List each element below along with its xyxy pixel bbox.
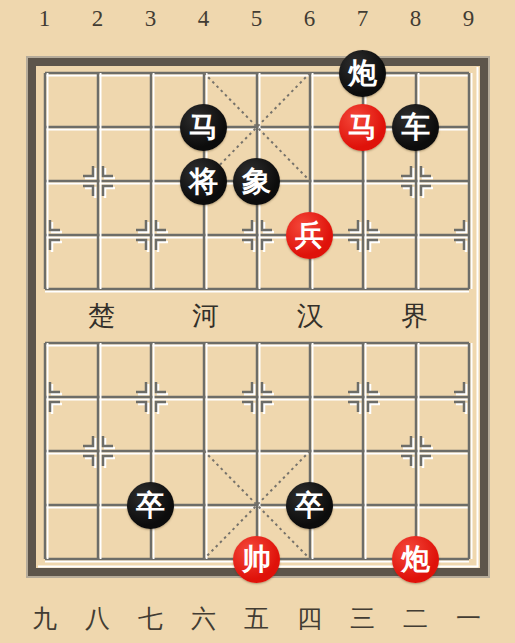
top-file-label: 5	[230, 0, 283, 38]
top-file-label: 9	[442, 0, 495, 38]
piece-black-soldier[interactable]: 卒	[127, 482, 174, 529]
board-point-6-0[interactable]	[283, 46, 336, 100]
board-point-8-3[interactable]	[389, 208, 442, 262]
board-point-2-8[interactable]	[71, 478, 124, 532]
board-point-5-2[interactable]: 象	[230, 154, 283, 208]
board-point-6-8[interactable]: 卒	[283, 478, 336, 532]
board-point-7-6[interactable]	[336, 370, 389, 424]
board-point-2-6[interactable]	[71, 370, 124, 424]
board-point-1-2[interactable]	[18, 154, 71, 208]
piece-black-horse[interactable]: 马	[180, 104, 227, 151]
piece-red-horse[interactable]: 马	[339, 104, 386, 151]
board-point-7-7[interactable]	[336, 424, 389, 478]
board-point-6-2[interactable]	[283, 154, 336, 208]
board-point-9-7[interactable]	[442, 424, 495, 478]
board-point-3-4[interactable]	[124, 262, 177, 316]
board-point-6-3[interactable]: 兵	[283, 208, 336, 262]
board-point-5-0[interactable]	[230, 46, 283, 100]
board-point-6-5[interactable]	[283, 316, 336, 370]
board-point-7-3[interactable]	[336, 208, 389, 262]
board-point-7-0[interactable]: 炮	[336, 46, 389, 100]
board-point-5-8[interactable]	[230, 478, 283, 532]
board-point-7-5[interactable]	[336, 316, 389, 370]
board-point-6-1[interactable]	[283, 100, 336, 154]
board-point-7-4[interactable]	[336, 262, 389, 316]
board-point-9-5[interactable]	[442, 316, 495, 370]
board-point-4-3[interactable]	[177, 208, 230, 262]
bottom-file-labels: 九八七六五四三二一	[18, 596, 495, 640]
board-point-2-0[interactable]	[71, 46, 124, 100]
board-point-1-9[interactable]	[18, 532, 71, 586]
board-point-2-1[interactable]	[71, 100, 124, 154]
board-point-5-1[interactable]	[230, 100, 283, 154]
board-point-4-1[interactable]: 马	[177, 100, 230, 154]
board-point-5-6[interactable]	[230, 370, 283, 424]
board-point-5-9[interactable]: 帅	[230, 532, 283, 586]
board-point-1-3[interactable]	[18, 208, 71, 262]
board-point-1-6[interactable]	[18, 370, 71, 424]
piece-black-soldier[interactable]: 卒	[286, 482, 333, 529]
board-point-1-8[interactable]	[18, 478, 71, 532]
board-point-5-5[interactable]	[230, 316, 283, 370]
bottom-file-label: 二	[389, 596, 442, 640]
board-point-9-0[interactable]	[442, 46, 495, 100]
piece-black-cannon[interactable]: 炮	[339, 50, 386, 97]
board-point-4-0[interactable]	[177, 46, 230, 100]
piece-black-chariot[interactable]: 车	[392, 104, 439, 151]
board-point-2-9[interactable]	[71, 532, 124, 586]
board-point-1-1[interactable]	[18, 100, 71, 154]
top-file-label: 3	[124, 0, 177, 38]
board-point-7-1[interactable]: 马	[336, 100, 389, 154]
board-point-9-3[interactable]	[442, 208, 495, 262]
top-file-label: 6	[283, 0, 336, 38]
board-point-6-7[interactable]	[283, 424, 336, 478]
board-point-9-4[interactable]	[442, 262, 495, 316]
bottom-file-label: 四	[283, 596, 336, 640]
bottom-file-label: 九	[18, 596, 71, 640]
board-point-9-1[interactable]	[442, 100, 495, 154]
board-point-8-9[interactable]: 炮	[389, 532, 442, 586]
board-point-3-0[interactable]	[124, 46, 177, 100]
xiangqi-board: 123456789 楚河汉界 炮马马车将象兵卒卒帅炮 九八七六五四三二一	[0, 0, 515, 643]
board-point-4-7[interactable]	[177, 424, 230, 478]
bottom-file-label: 一	[442, 596, 495, 640]
board-point-8-0[interactable]	[389, 46, 442, 100]
bottom-file-label: 三	[336, 596, 389, 640]
bottom-file-label: 八	[71, 596, 124, 640]
board-point-4-5[interactable]	[177, 316, 230, 370]
board-point-1-0[interactable]	[18, 46, 71, 100]
board-point-4-9[interactable]	[177, 532, 230, 586]
board-point-2-4[interactable]	[71, 262, 124, 316]
board-point-9-9[interactable]	[442, 532, 495, 586]
board-grid: 炮马马车将象兵卒卒帅炮	[18, 46, 495, 586]
board-point-3-5[interactable]	[124, 316, 177, 370]
top-file-label: 4	[177, 0, 230, 38]
board-point-8-5[interactable]	[389, 316, 442, 370]
board-point-9-2[interactable]	[442, 154, 495, 208]
board-point-9-6[interactable]	[442, 370, 495, 424]
board-point-7-2[interactable]	[336, 154, 389, 208]
board-point-7-8[interactable]	[336, 478, 389, 532]
board-point-6-9[interactable]	[283, 532, 336, 586]
board-point-3-6[interactable]	[124, 370, 177, 424]
board-point-8-6[interactable]	[389, 370, 442, 424]
board-point-4-6[interactable]	[177, 370, 230, 424]
board-point-7-9[interactable]	[336, 532, 389, 586]
top-file-label: 1	[18, 0, 71, 38]
top-file-label: 8	[389, 0, 442, 38]
piece-red-cannon[interactable]: 炮	[392, 536, 439, 583]
top-file-label: 2	[71, 0, 124, 38]
board-point-1-4[interactable]	[18, 262, 71, 316]
board-point-8-4[interactable]	[389, 262, 442, 316]
piece-black-elephant[interactable]: 象	[233, 158, 280, 205]
board-point-1-5[interactable]	[18, 316, 71, 370]
piece-red-soldier[interactable]: 兵	[286, 212, 333, 259]
bottom-file-label: 六	[177, 596, 230, 640]
board-point-2-2[interactable]	[71, 154, 124, 208]
board-point-4-4[interactable]	[177, 262, 230, 316]
bottom-file-label: 五	[230, 596, 283, 640]
board-point-3-1[interactable]	[124, 100, 177, 154]
board-point-3-8[interactable]: 卒	[124, 478, 177, 532]
board-point-2-3[interactable]	[71, 208, 124, 262]
board-point-3-9[interactable]	[124, 532, 177, 586]
top-file-labels: 123456789	[18, 0, 495, 38]
bottom-file-label: 七	[124, 596, 177, 640]
board-point-3-3[interactable]	[124, 208, 177, 262]
top-file-label: 7	[336, 0, 389, 38]
piece-black-general[interactable]: 将	[180, 158, 227, 205]
board-point-8-7[interactable]	[389, 424, 442, 478]
board-point-5-7[interactable]	[230, 424, 283, 478]
board-point-6-4[interactable]	[283, 262, 336, 316]
board-point-1-7[interactable]	[18, 424, 71, 478]
board-point-3-7[interactable]	[124, 424, 177, 478]
board-point-8-2[interactable]	[389, 154, 442, 208]
board-point-6-6[interactable]	[283, 370, 336, 424]
board-point-4-2[interactable]: 将	[177, 154, 230, 208]
board-point-8-1[interactable]: 车	[389, 100, 442, 154]
board-point-8-8[interactable]	[389, 478, 442, 532]
board-point-5-3[interactable]	[230, 208, 283, 262]
piece-red-general[interactable]: 帅	[233, 536, 280, 583]
board-point-3-2[interactable]	[124, 154, 177, 208]
board-point-2-7[interactable]	[71, 424, 124, 478]
board-point-5-4[interactable]	[230, 262, 283, 316]
board-point-2-5[interactable]	[71, 316, 124, 370]
board-point-4-8[interactable]	[177, 478, 230, 532]
board-point-9-8[interactable]	[442, 478, 495, 532]
